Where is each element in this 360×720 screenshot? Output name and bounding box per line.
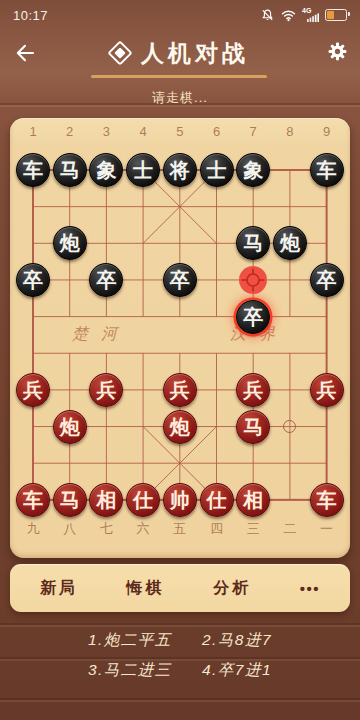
app-screen: 10:17 4G bbox=[0, 0, 360, 720]
title-wrap: 人机对战 bbox=[0, 36, 360, 70]
file-label-top: 9 bbox=[315, 124, 339, 139]
move-entry: 4.卒7进1 bbox=[202, 660, 272, 681]
piece-red-马[interactable]: 马 bbox=[53, 483, 87, 517]
file-label-bottom: 一 bbox=[315, 520, 339, 538]
clock-time: 10:17 bbox=[13, 8, 48, 23]
piece-red-马[interactable]: 马 bbox=[236, 410, 270, 444]
signal-icon: 4G bbox=[302, 8, 319, 23]
move-list: 1.炮二平五 2.马8进7 3.马二进三 4.卒7进1 bbox=[0, 630, 360, 681]
move-entry: 3.马二进三 bbox=[88, 660, 172, 681]
piece-red-兵[interactable]: 兵 bbox=[16, 373, 50, 407]
piece-black-马[interactable]: 马 bbox=[53, 153, 87, 187]
file-label-top: 6 bbox=[205, 124, 229, 139]
wifi-icon bbox=[281, 8, 296, 22]
move-entry: 2.马8进7 bbox=[202, 630, 272, 651]
piece-red-车[interactable]: 车 bbox=[16, 483, 50, 517]
piece-red-相[interactable]: 相 bbox=[89, 483, 123, 517]
battery-icon bbox=[325, 9, 347, 21]
header: 人机对战 bbox=[0, 36, 360, 70]
piece-red-仕[interactable]: 仕 bbox=[200, 483, 234, 517]
more-options-button[interactable]: ••• bbox=[300, 580, 320, 597]
settings-gear-button[interactable] bbox=[328, 42, 347, 61]
file-label-top: 8 bbox=[278, 124, 302, 139]
xiangqi-board[interactable]: 楚河 汉界 123456789九八七六五四三二一车马象士将士象车炮马炮卒卒卒卒卒… bbox=[10, 118, 350, 558]
diamond-icon bbox=[107, 40, 132, 65]
move-entry: 1.炮二平五 bbox=[88, 630, 172, 651]
piece-red-帅[interactable]: 帅 bbox=[163, 483, 197, 517]
status-icons: 4G bbox=[260, 8, 347, 23]
file-label-bottom: 三 bbox=[241, 520, 265, 538]
piece-black-象[interactable]: 象 bbox=[236, 153, 270, 187]
piece-red-兵[interactable]: 兵 bbox=[236, 373, 270, 407]
file-label-bottom: 五 bbox=[168, 520, 192, 538]
piece-red-车[interactable]: 车 bbox=[310, 483, 344, 517]
piece-black-士[interactable]: 士 bbox=[200, 153, 234, 187]
undo-move-button[interactable]: 悔棋 bbox=[127, 578, 165, 599]
piece-red-相[interactable]: 相 bbox=[236, 483, 270, 517]
last-move-origin-marker bbox=[238, 265, 268, 295]
file-label-top: 2 bbox=[58, 124, 82, 139]
river-label-left: 楚河 bbox=[72, 324, 130, 346]
bottom-toolbar: 新局 悔棋 分析 ••• bbox=[10, 564, 350, 612]
piece-black-炮[interactable]: 炮 bbox=[53, 226, 87, 260]
file-label-bottom: 四 bbox=[205, 520, 229, 538]
file-label-bottom: 六 bbox=[131, 520, 155, 538]
piece-black-卒[interactable]: 卒 bbox=[163, 263, 197, 297]
move-prompt: 请走棋... bbox=[0, 89, 360, 107]
wood-seam bbox=[0, 623, 360, 625]
analysis-button[interactable]: 分析 bbox=[213, 578, 251, 599]
piece-red-兵[interactable]: 兵 bbox=[163, 373, 197, 407]
piece-black-卒[interactable]: 卒 bbox=[236, 300, 270, 334]
file-label-bottom: 二 bbox=[278, 520, 302, 538]
file-label-bottom: 九 bbox=[21, 520, 45, 538]
file-label-bottom: 七 bbox=[94, 520, 118, 538]
piece-red-炮[interactable]: 炮 bbox=[53, 410, 87, 444]
piece-black-卒[interactable]: 卒 bbox=[16, 263, 50, 297]
piece-red-炮[interactable]: 炮 bbox=[163, 410, 197, 444]
piece-red-兵[interactable]: 兵 bbox=[310, 373, 344, 407]
file-label-top: 3 bbox=[94, 124, 118, 139]
piece-black-炮[interactable]: 炮 bbox=[273, 226, 307, 260]
file-label-top: 7 bbox=[241, 124, 265, 139]
piece-black-车[interactable]: 车 bbox=[310, 153, 344, 187]
title-underline bbox=[91, 75, 267, 78]
wood-seam bbox=[0, 698, 360, 700]
piece-black-士[interactable]: 士 bbox=[126, 153, 160, 187]
file-label-top: 5 bbox=[168, 124, 192, 139]
page-title: 人机对战 bbox=[141, 38, 249, 69]
file-label-bottom: 八 bbox=[58, 520, 82, 538]
piece-black-卒[interactable]: 卒 bbox=[310, 263, 344, 297]
file-label-top: 4 bbox=[131, 124, 155, 139]
new-game-button[interactable]: 新局 bbox=[40, 578, 78, 599]
piece-red-仕[interactable]: 仕 bbox=[126, 483, 160, 517]
piece-black-车[interactable]: 车 bbox=[16, 153, 50, 187]
bell-muted-icon bbox=[260, 8, 275, 23]
status-bar: 10:17 4G bbox=[0, 0, 360, 30]
file-label-top: 1 bbox=[21, 124, 45, 139]
piece-black-将[interactable]: 将 bbox=[163, 153, 197, 187]
